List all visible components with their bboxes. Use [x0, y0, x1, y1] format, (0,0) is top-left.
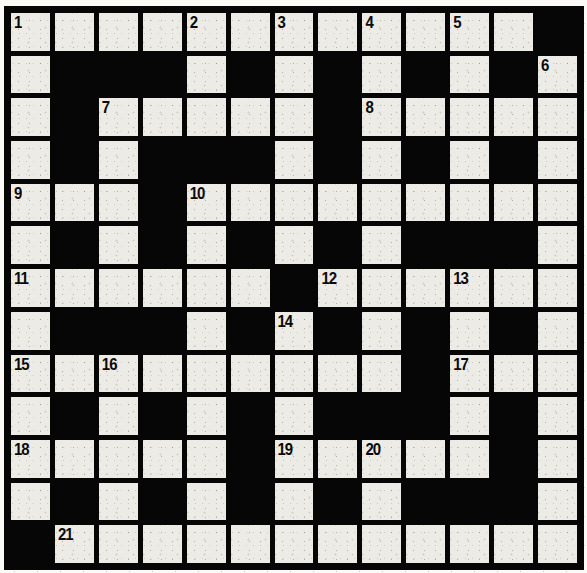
cell-r12c7[interactable]	[318, 525, 357, 563]
cell-r8c0[interactable]: 15	[11, 355, 50, 393]
cell-r0c3[interactable]	[143, 13, 182, 51]
cell-r10c8[interactable]: 20	[362, 440, 401, 478]
cell-r5c4[interactable]	[187, 226, 226, 264]
cell-r9c2[interactable]	[99, 397, 138, 435]
cell-r2c0[interactable]	[11, 98, 50, 136]
cell-r6c3[interactable]	[143, 269, 182, 307]
cell-r3c6[interactable]	[275, 141, 314, 179]
cell-r8c2[interactable]: 16	[99, 355, 138, 393]
clue-number-1: 1	[14, 14, 21, 32]
black-cell-r1c9	[406, 56, 445, 94]
black-cell-r7c11	[494, 312, 533, 350]
cell-r1c4[interactable]	[187, 56, 226, 94]
black-cell-r7c5	[231, 312, 270, 350]
cell-r2c10[interactable]	[450, 98, 489, 136]
black-cell-r11c10	[450, 483, 489, 521]
cell-r8c7[interactable]	[318, 355, 357, 393]
black-cell-r11c7	[318, 483, 357, 521]
cell-r6c9[interactable]	[406, 269, 445, 307]
cell-r8c6[interactable]	[275, 355, 314, 393]
black-cell-r7c1	[55, 312, 94, 350]
cell-r7c0[interactable]	[11, 312, 50, 350]
black-cell-r9c1	[55, 397, 94, 435]
black-cell-r5c7	[318, 226, 357, 264]
cell-r10c12[interactable]	[538, 440, 577, 478]
cell-r6c4[interactable]	[187, 269, 226, 307]
cell-r4c11[interactable]	[494, 184, 533, 222]
cell-r8c11[interactable]	[494, 355, 533, 393]
cell-r12c6[interactable]	[275, 525, 314, 563]
cell-r10c9[interactable]	[406, 440, 445, 478]
cell-r2c3[interactable]	[143, 98, 182, 136]
cell-r11c4[interactable]	[187, 483, 226, 521]
cell-r1c10[interactable]	[450, 56, 489, 94]
cell-r12c8[interactable]	[362, 525, 401, 563]
clue-number-4: 4	[365, 14, 372, 32]
black-cell-r12c0	[11, 525, 50, 563]
cell-r5c0[interactable]	[11, 226, 50, 264]
clue-number-11: 11	[14, 270, 28, 288]
cell-r10c10[interactable]	[450, 440, 489, 478]
cell-r8c8[interactable]	[362, 355, 401, 393]
cell-r6c0[interactable]: 11	[11, 269, 50, 307]
black-cell-r6c6	[275, 269, 314, 307]
cell-r12c4[interactable]	[187, 525, 226, 563]
black-cell-r1c1	[55, 56, 94, 94]
cell-r4c1[interactable]	[55, 184, 94, 222]
cell-r3c2[interactable]	[99, 141, 138, 179]
cell-r12c2[interactable]	[99, 525, 138, 563]
cell-r2c9[interactable]	[406, 98, 445, 136]
black-cell-r3c5	[231, 141, 270, 179]
cell-r6c10[interactable]: 13	[450, 269, 489, 307]
cell-r12c3[interactable]	[143, 525, 182, 563]
cell-r10c2[interactable]	[99, 440, 138, 478]
cell-r8c3[interactable]	[143, 355, 182, 393]
cell-r7c4[interactable]	[187, 312, 226, 350]
cell-r10c0[interactable]: 18	[11, 440, 50, 478]
cell-r9c12[interactable]	[538, 397, 577, 435]
cell-r0c10[interactable]: 5	[450, 13, 489, 51]
black-cell-r9c11	[494, 397, 533, 435]
clue-number-13: 13	[453, 270, 468, 288]
black-cell-r5c11	[494, 226, 533, 264]
cell-r5c12[interactable]	[538, 226, 577, 264]
black-cell-r3c4	[187, 141, 226, 179]
cell-r12c12[interactable]	[538, 525, 577, 563]
cell-r6c1[interactable]	[55, 269, 94, 307]
cell-r7c10[interactable]	[450, 312, 489, 350]
cell-r0c1[interactable]	[55, 13, 94, 51]
black-cell-r1c2	[99, 56, 138, 94]
cell-r4c9[interactable]	[406, 184, 445, 222]
cell-r6c12[interactable]	[538, 269, 577, 307]
black-cell-r11c5	[231, 483, 270, 521]
cell-r3c12[interactable]	[538, 141, 577, 179]
cell-r0c4[interactable]: 2	[187, 13, 226, 51]
cell-r0c6[interactable]: 3	[275, 13, 314, 51]
black-cell-r9c3	[143, 397, 182, 435]
cell-r2c5[interactable]	[231, 98, 270, 136]
cell-r4c7[interactable]	[318, 184, 357, 222]
cell-r6c2[interactable]	[99, 269, 138, 307]
black-cell-r1c11	[494, 56, 533, 94]
clue-number-9: 9	[14, 185, 21, 203]
cell-r2c8[interactable]: 8	[362, 98, 401, 136]
cell-r0c2[interactable]	[99, 13, 138, 51]
black-cell-r11c11	[494, 483, 533, 521]
black-cell-r9c5	[231, 397, 270, 435]
cell-r0c11[interactable]	[494, 13, 533, 51]
cell-r11c12[interactable]	[538, 483, 577, 521]
clue-number-16: 16	[102, 356, 117, 374]
cell-r3c8[interactable]	[362, 141, 401, 179]
cell-r11c2[interactable]	[99, 483, 138, 521]
black-cell-r8c9	[406, 355, 445, 393]
clue-number-17: 17	[453, 356, 468, 374]
cell-r12c1[interactable]: 21	[55, 525, 94, 563]
cell-r4c10[interactable]	[450, 184, 489, 222]
black-cell-r11c1	[55, 483, 94, 521]
black-cell-r4c3	[143, 184, 182, 222]
cell-r3c10[interactable]	[450, 141, 489, 179]
cell-r9c0[interactable]	[11, 397, 50, 435]
clue-number-10: 10	[190, 185, 205, 203]
clue-number-18: 18	[14, 441, 29, 459]
black-cell-r0c12	[538, 13, 577, 51]
clue-number-20: 20	[365, 441, 380, 459]
cell-r6c11[interactable]	[494, 269, 533, 307]
black-cell-r1c7	[318, 56, 357, 94]
cell-r4c0[interactable]: 9	[11, 184, 50, 222]
black-cell-r7c7	[318, 312, 357, 350]
black-cell-r11c9	[406, 483, 445, 521]
cell-r1c8[interactable]	[362, 56, 401, 94]
clue-number-6: 6	[541, 57, 548, 75]
cell-r0c0[interactable]: 1	[11, 13, 50, 51]
cell-r6c7[interactable]: 12	[318, 269, 357, 307]
cell-r0c9[interactable]	[406, 13, 445, 51]
cell-r4c5[interactable]	[231, 184, 270, 222]
cell-r12c9[interactable]	[406, 525, 445, 563]
cell-r9c10[interactable]	[450, 397, 489, 435]
cell-r4c6[interactable]	[275, 184, 314, 222]
black-cell-r7c3	[143, 312, 182, 350]
cell-r1c6[interactable]	[275, 56, 314, 94]
cell-r3c0[interactable]	[11, 141, 50, 179]
cell-r7c12[interactable]	[538, 312, 577, 350]
cell-r10c6[interactable]: 19	[275, 440, 314, 478]
cell-r8c5[interactable]	[231, 355, 270, 393]
cell-r8c10[interactable]: 17	[450, 355, 489, 393]
cell-r6c8[interactable]	[362, 269, 401, 307]
cell-r4c12[interactable]	[538, 184, 577, 222]
clue-number-12: 12	[321, 270, 336, 288]
clue-number-5: 5	[453, 14, 460, 32]
clue-number-7: 7	[102, 99, 109, 117]
cell-r7c6[interactable]: 14	[275, 312, 314, 350]
cell-r2c4[interactable]	[187, 98, 226, 136]
cell-r10c3[interactable]	[143, 440, 182, 478]
black-cell-r1c3	[143, 56, 182, 94]
cell-r11c8[interactable]	[362, 483, 401, 521]
black-cell-r9c7	[318, 397, 357, 435]
cell-r12c11[interactable]	[494, 525, 533, 563]
cell-r8c12[interactable]	[538, 355, 577, 393]
cell-r0c5[interactable]	[231, 13, 270, 51]
clue-number-19: 19	[278, 441, 293, 459]
cell-r1c12[interactable]: 6	[538, 56, 577, 94]
black-cell-r9c8	[362, 397, 401, 435]
cell-r2c12[interactable]	[538, 98, 577, 136]
black-cell-r3c9	[406, 141, 445, 179]
cell-r11c6[interactable]	[275, 483, 314, 521]
black-cell-r10c5	[231, 440, 270, 478]
cell-r5c8[interactable]	[362, 226, 401, 264]
black-cell-r3c11	[494, 141, 533, 179]
cell-r10c4[interactable]	[187, 440, 226, 478]
cell-r5c2[interactable]	[99, 226, 138, 264]
black-cell-r3c7	[318, 141, 357, 179]
black-cell-r10c11	[494, 440, 533, 478]
crossword-board: 123456789101112131415161718192021	[4, 6, 584, 570]
cell-r11c0[interactable]	[11, 483, 50, 521]
cell-r12c5[interactable]	[231, 525, 270, 563]
cell-r12c10[interactable]	[450, 525, 489, 563]
cell-r8c4[interactable]	[187, 355, 226, 393]
cell-r10c1[interactable]	[55, 440, 94, 478]
cell-r1c0[interactable]	[11, 56, 50, 94]
cell-r0c8[interactable]: 4	[362, 13, 401, 51]
black-cell-r5c10	[450, 226, 489, 264]
cell-r4c2[interactable]	[99, 184, 138, 222]
black-cell-r11c3	[143, 483, 182, 521]
cell-r2c2[interactable]: 7	[99, 98, 138, 136]
black-cell-r5c5	[231, 226, 270, 264]
cell-r8c1[interactable]	[55, 355, 94, 393]
clue-number-15: 15	[14, 356, 29, 374]
cell-r2c6[interactable]	[275, 98, 314, 136]
black-cell-r3c3	[143, 141, 182, 179]
cell-r10c7[interactable]	[318, 440, 357, 478]
cell-r5c6[interactable]	[275, 226, 314, 264]
clue-number-14: 14	[278, 313, 293, 331]
black-cell-r7c9	[406, 312, 445, 350]
cell-r4c8[interactable]	[362, 184, 401, 222]
black-cell-r5c1	[55, 226, 94, 264]
cell-r4c4[interactable]: 10	[187, 184, 226, 222]
black-cell-r7c2	[99, 312, 138, 350]
clue-number-3: 3	[278, 14, 285, 32]
cell-r9c6[interactable]	[275, 397, 314, 435]
black-cell-r3c1	[55, 141, 94, 179]
crossword-page: 123456789101112131415161718192021	[0, 0, 587, 573]
black-cell-r9c9	[406, 397, 445, 435]
black-cell-r2c7	[318, 98, 357, 136]
black-cell-r5c9	[406, 226, 445, 264]
cell-r9c4[interactable]	[187, 397, 226, 435]
clue-number-8: 8	[365, 99, 372, 117]
cell-r6c5[interactable]	[231, 269, 270, 307]
cell-r7c8[interactable]	[362, 312, 401, 350]
clue-number-21: 21	[58, 526, 73, 544]
black-cell-r1c5	[231, 56, 270, 94]
black-cell-r5c3	[143, 226, 182, 264]
cell-r2c11[interactable]	[494, 98, 533, 136]
cell-r0c7[interactable]	[318, 13, 357, 51]
black-cell-r2c1	[55, 98, 94, 136]
clue-number-2: 2	[190, 14, 197, 32]
